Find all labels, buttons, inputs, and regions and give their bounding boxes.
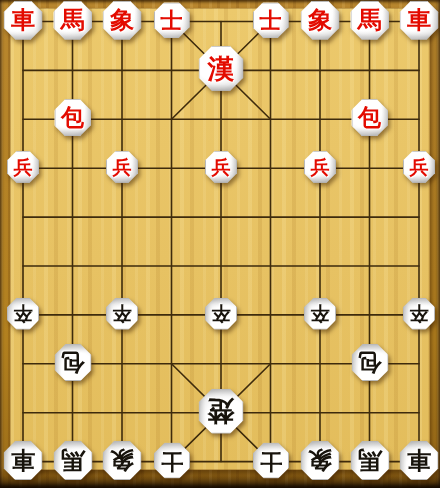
piece-glyph-elephant: 象 bbox=[301, 0, 340, 39]
piece-glyph-soldier: 兵 bbox=[7, 151, 39, 183]
piece-han-soldier-e4[interactable]: 兵 bbox=[205, 151, 237, 183]
piece-glyph-soldier: 兵 bbox=[304, 151, 336, 183]
piece-han-cannon-b3[interactable]: 包 bbox=[54, 99, 91, 136]
piece-glyph-horse: 馬 bbox=[350, 0, 389, 39]
piece-glyph-soldier: 兵 bbox=[106, 151, 138, 183]
piece-glyph-chariot: 車 bbox=[4, 441, 43, 480]
piece-glyph-cannon: 包 bbox=[351, 99, 388, 136]
piece-han-elephant-g1[interactable]: 象 bbox=[301, 0, 340, 39]
piece-cho-guard-d10[interactable]: 士 bbox=[154, 442, 190, 478]
piece-cho-elephant-g10[interactable]: 象 bbox=[301, 441, 340, 480]
piece-cho-soldier-c7[interactable]: 卒 bbox=[106, 298, 138, 330]
piece-glyph-chariot: 車 bbox=[400, 0, 439, 39]
piece-han-soldier-c4[interactable]: 兵 bbox=[106, 151, 138, 183]
piece-glyph-horse: 馬 bbox=[53, 441, 92, 480]
piece-glyph-soldier: 兵 bbox=[205, 151, 237, 183]
piece-glyph-horse: 馬 bbox=[53, 0, 92, 39]
piece-han-horse-h1[interactable]: 馬 bbox=[350, 0, 389, 39]
piece-cho-elephant-c10[interactable]: 象 bbox=[103, 441, 142, 480]
piece-han-soldier-i4[interactable]: 兵 bbox=[403, 151, 435, 183]
piece-glyph-cannon: 包 bbox=[54, 99, 91, 136]
piece-han-guard-f1[interactable]: 士 bbox=[253, 2, 289, 38]
piece-cho-cannon-h8[interactable]: 包 bbox=[351, 344, 388, 381]
piece-cho-soldier-e7[interactable]: 卒 bbox=[205, 298, 237, 330]
piece-glyph-elephant: 象 bbox=[103, 0, 142, 39]
piece-glyph-general: 楚 bbox=[199, 388, 244, 433]
piece-glyph-soldier: 卒 bbox=[304, 298, 336, 330]
piece-cho-general-e9[interactable]: 楚 bbox=[199, 388, 244, 433]
piece-han-horse-b1[interactable]: 馬 bbox=[53, 0, 92, 39]
piece-glyph-guard: 士 bbox=[253, 442, 289, 478]
piece-cho-soldier-a7[interactable]: 卒 bbox=[7, 298, 39, 330]
piece-cho-horse-b10[interactable]: 馬 bbox=[53, 441, 92, 480]
piece-glyph-general: 漢 bbox=[199, 46, 244, 91]
piece-han-guard-d1[interactable]: 士 bbox=[154, 2, 190, 38]
piece-glyph-elephant: 象 bbox=[301, 441, 340, 480]
piece-glyph-cannon: 包 bbox=[54, 344, 91, 381]
piece-glyph-cannon: 包 bbox=[351, 344, 388, 381]
janggi-board: 車馬象士士象馬車漢包包兵兵兵兵兵卒卒卒卒卒包包楚車馬象士士象馬車 bbox=[0, 0, 440, 488]
piece-glyph-soldier: 卒 bbox=[205, 298, 237, 330]
piece-glyph-soldier: 卒 bbox=[106, 298, 138, 330]
piece-cho-soldier-g7[interactable]: 卒 bbox=[304, 298, 336, 330]
piece-glyph-soldier: 兵 bbox=[403, 151, 435, 183]
piece-han-chariot-a1[interactable]: 車 bbox=[4, 0, 43, 39]
piece-glyph-guard: 士 bbox=[154, 442, 190, 478]
piece-glyph-soldier: 卒 bbox=[403, 298, 435, 330]
piece-glyph-guard: 士 bbox=[253, 2, 289, 38]
piece-han-soldier-a4[interactable]: 兵 bbox=[7, 151, 39, 183]
piece-cho-guard-f10[interactable]: 士 bbox=[253, 442, 289, 478]
piece-glyph-chariot: 車 bbox=[4, 0, 43, 39]
piece-glyph-soldier: 卒 bbox=[7, 298, 39, 330]
piece-cho-soldier-i7[interactable]: 卒 bbox=[403, 298, 435, 330]
piece-cho-horse-h10[interactable]: 馬 bbox=[350, 441, 389, 480]
piece-han-cannon-h3[interactable]: 包 bbox=[351, 99, 388, 136]
piece-cho-cannon-b8[interactable]: 包 bbox=[54, 344, 91, 381]
piece-glyph-chariot: 車 bbox=[400, 441, 439, 480]
piece-cho-chariot-i10[interactable]: 車 bbox=[400, 441, 439, 480]
piece-glyph-horse: 馬 bbox=[350, 441, 389, 480]
piece-han-soldier-g4[interactable]: 兵 bbox=[304, 151, 336, 183]
piece-han-chariot-i1[interactable]: 車 bbox=[400, 0, 439, 39]
piece-glyph-guard: 士 bbox=[154, 2, 190, 38]
piece-han-elephant-c1[interactable]: 象 bbox=[103, 0, 142, 39]
piece-han-general-e2[interactable]: 漢 bbox=[199, 46, 244, 91]
piece-glyph-elephant: 象 bbox=[103, 441, 142, 480]
piece-cho-chariot-a10[interactable]: 車 bbox=[4, 441, 43, 480]
